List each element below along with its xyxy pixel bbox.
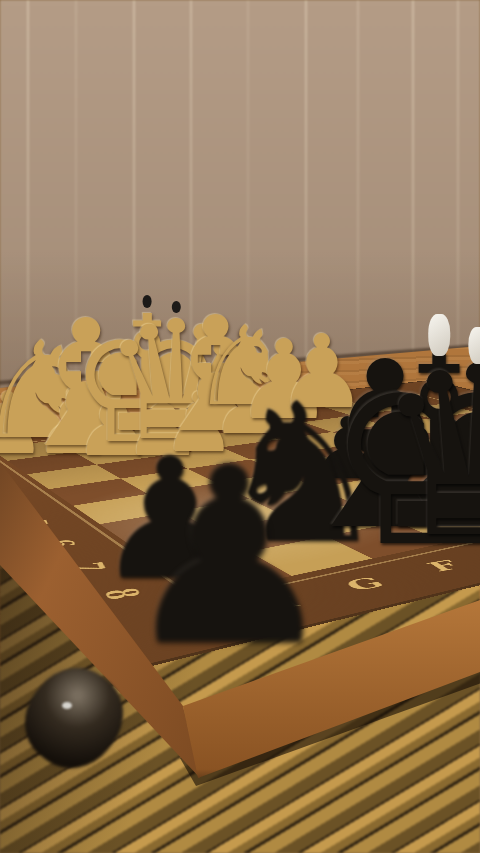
white-finial (468, 327, 480, 365)
black-queen-d8: ♛ (372, 335, 480, 571)
black-pawn-h7: ♟ (120, 436, 339, 680)
clasp-highlight (62, 702, 72, 709)
chessboard-photo-scene: 5678HGF ♟♞♟♝♟♚♟♛♟♝♟♞♟♟♟♟♟♞♝♚♛♟♟ (0, 0, 480, 853)
